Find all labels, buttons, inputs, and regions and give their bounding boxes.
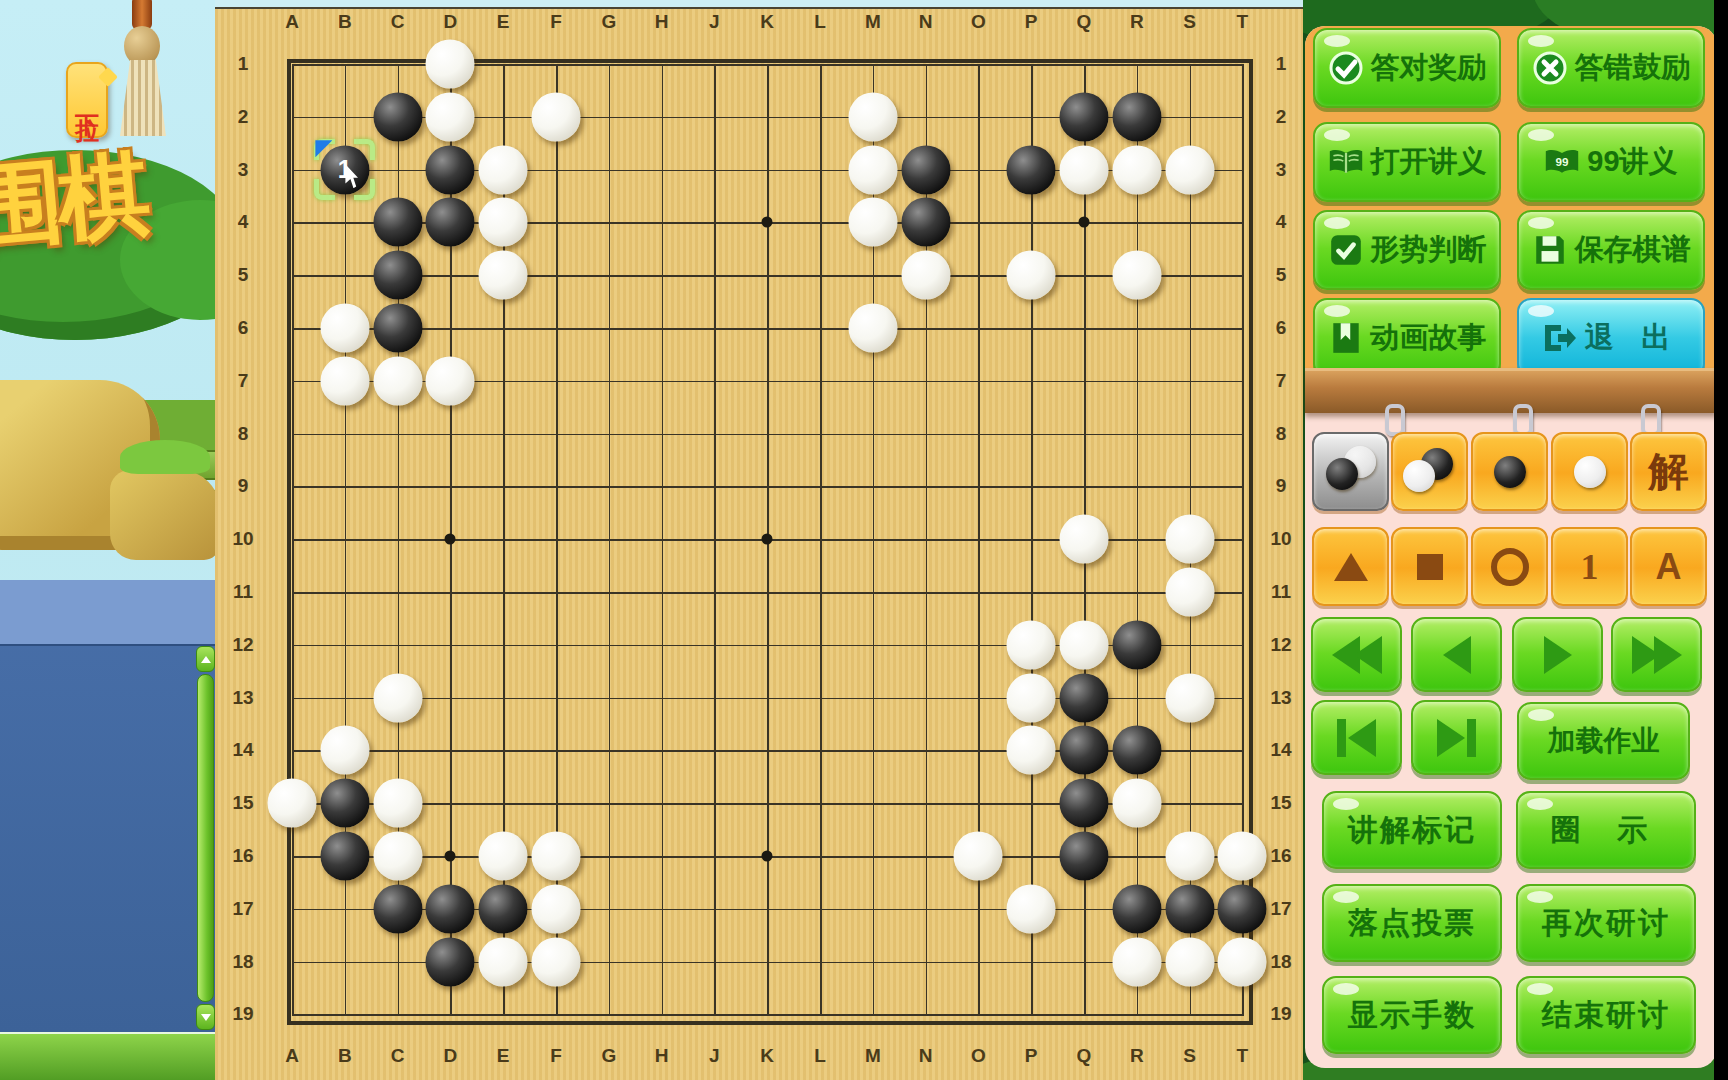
intersection-D15[interactable] <box>424 777 477 830</box>
save-kifu-button[interactable]: 保存棋谱 <box>1517 210 1705 290</box>
intersection-P10[interactable] <box>1005 513 1058 566</box>
intersection-M12[interactable] <box>846 618 899 671</box>
intersection-K13[interactable] <box>741 671 794 724</box>
intersection-N2[interactable] <box>899 90 952 143</box>
intersection-O18[interactable] <box>952 935 1005 988</box>
intersection-K11[interactable] <box>741 566 794 619</box>
intersection-K12[interactable] <box>741 618 794 671</box>
intersection-K17[interactable] <box>741 882 794 935</box>
intersection-P12[interactable] <box>1005 618 1058 671</box>
intersection-C9[interactable] <box>371 460 424 513</box>
intersection-H8[interactable] <box>635 407 688 460</box>
intersection-S1[interactable] <box>1163 38 1216 91</box>
intersection-H1[interactable] <box>635 38 688 91</box>
intersection-M18[interactable] <box>846 935 899 988</box>
intersection-H15[interactable] <box>635 777 688 830</box>
intersection-T14[interactable] <box>1216 724 1269 777</box>
intersection-N19[interactable] <box>899 988 952 1041</box>
intersection-O7[interactable] <box>952 354 1005 407</box>
intersection-T12[interactable] <box>1216 618 1269 671</box>
intersection-C14[interactable] <box>371 724 424 777</box>
intersection-G10[interactable] <box>582 513 635 566</box>
intersection-D2[interactable] <box>424 90 477 143</box>
intersection-E6[interactable] <box>477 302 530 355</box>
intersection-T2[interactable] <box>1216 90 1269 143</box>
intersection-N10[interactable] <box>899 513 952 566</box>
intersection-K9[interactable] <box>741 460 794 513</box>
intersection-H12[interactable] <box>635 618 688 671</box>
intersection-R14[interactable] <box>1110 724 1163 777</box>
intersection-M15[interactable] <box>846 777 899 830</box>
intersection-E17[interactable] <box>477 882 530 935</box>
intersection-R5[interactable] <box>1110 249 1163 302</box>
intersection-G14[interactable] <box>582 724 635 777</box>
intersection-K8[interactable] <box>741 407 794 460</box>
intersection-S7[interactable] <box>1163 354 1216 407</box>
intersection-Q12[interactable] <box>1058 618 1111 671</box>
answer-tool[interactable]: 解 <box>1630 432 1707 511</box>
intersection-L19[interactable] <box>794 988 847 1041</box>
intersection-B13[interactable] <box>318 671 371 724</box>
intersection-G17[interactable] <box>582 882 635 935</box>
intersection-P17[interactable] <box>1005 882 1058 935</box>
intersection-S18[interactable] <box>1163 935 1216 988</box>
intersection-O4[interactable] <box>952 196 1005 249</box>
intersection-P16[interactable] <box>1005 830 1058 883</box>
intersection-O12[interactable] <box>952 618 1005 671</box>
intersection-F15[interactable] <box>530 777 583 830</box>
intersection-N18[interactable] <box>899 935 952 988</box>
intersection-G6[interactable] <box>582 302 635 355</box>
intersection-N8[interactable] <box>899 407 952 460</box>
intersection-O17[interactable] <box>952 882 1005 935</box>
intersection-Q17[interactable] <box>1058 882 1111 935</box>
placement-vote-button[interactable]: 落点投票 <box>1322 884 1502 962</box>
intersection-R11[interactable] <box>1110 566 1163 619</box>
intersection-Q10[interactable] <box>1058 513 1111 566</box>
intersection-Q8[interactable] <box>1058 407 1111 460</box>
intersection-N13[interactable] <box>899 671 952 724</box>
intersection-O9[interactable] <box>952 460 1005 513</box>
intersection-O3[interactable] <box>952 143 1005 196</box>
intersection-F16[interactable] <box>530 830 583 883</box>
intersection-M3[interactable] <box>846 143 899 196</box>
circle-show-button[interactable]: 圈 示 <box>1516 791 1696 869</box>
intersection-E5[interactable] <box>477 249 530 302</box>
intersection-B16[interactable] <box>318 830 371 883</box>
intersection-Q1[interactable] <box>1058 38 1111 91</box>
intersection-L10[interactable] <box>794 513 847 566</box>
intersection-R10[interactable] <box>1110 513 1163 566</box>
intersection-K14[interactable] <box>741 724 794 777</box>
intersection-R15[interactable] <box>1110 777 1163 830</box>
intersection-D7[interactable] <box>424 354 477 407</box>
intersection-S3[interactable] <box>1163 143 1216 196</box>
intersection-A4[interactable] <box>266 196 319 249</box>
intersection-R9[interactable] <box>1110 460 1163 513</box>
intersection-N7[interactable] <box>899 354 952 407</box>
intersection-N9[interactable] <box>899 460 952 513</box>
intersection-F3[interactable] <box>530 143 583 196</box>
intersection-T7[interactable] <box>1216 354 1269 407</box>
intersection-S17[interactable] <box>1163 882 1216 935</box>
intersection-C1[interactable] <box>371 38 424 91</box>
intersection-C7[interactable] <box>371 354 424 407</box>
intersection-A5[interactable] <box>266 249 319 302</box>
intersection-Q13[interactable] <box>1058 671 1111 724</box>
intersection-S19[interactable] <box>1163 988 1216 1041</box>
intersection-K4[interactable] <box>741 196 794 249</box>
intersection-S14[interactable] <box>1163 724 1216 777</box>
intersection-S2[interactable] <box>1163 90 1216 143</box>
intersection-J14[interactable] <box>688 724 741 777</box>
intersection-S12[interactable] <box>1163 618 1216 671</box>
intersection-O16[interactable] <box>952 830 1005 883</box>
intersection-N11[interactable] <box>899 566 952 619</box>
intersection-A3[interactable] <box>266 143 319 196</box>
intersection-D5[interactable] <box>424 249 477 302</box>
intersection-J7[interactable] <box>688 354 741 407</box>
intersection-G3[interactable] <box>582 143 635 196</box>
intersection-J9[interactable] <box>688 460 741 513</box>
intersection-R4[interactable] <box>1110 196 1163 249</box>
intersection-G15[interactable] <box>582 777 635 830</box>
intersection-P14[interactable] <box>1005 724 1058 777</box>
intersection-C5[interactable] <box>371 249 424 302</box>
intersection-P13[interactable] <box>1005 671 1058 724</box>
intersection-C10[interactable] <box>371 513 424 566</box>
intersection-T13[interactable] <box>1216 671 1269 724</box>
intersection-F8[interactable] <box>530 407 583 460</box>
intersection-A11[interactable] <box>266 566 319 619</box>
intersection-L7[interactable] <box>794 354 847 407</box>
intersection-P5[interactable] <box>1005 249 1058 302</box>
intersection-S10[interactable] <box>1163 513 1216 566</box>
intersection-R18[interactable] <box>1110 935 1163 988</box>
intersection-J4[interactable] <box>688 196 741 249</box>
intersection-K3[interactable] <box>741 143 794 196</box>
intersection-T10[interactable] <box>1216 513 1269 566</box>
intersection-J12[interactable] <box>688 618 741 671</box>
intersection-G7[interactable] <box>582 354 635 407</box>
alternate-move-tool[interactable] <box>1312 432 1389 511</box>
intersection-S4[interactable] <box>1163 196 1216 249</box>
intersection-B1[interactable] <box>318 38 371 91</box>
encourage-wrong-button[interactable]: 答错鼓励 <box>1517 28 1705 108</box>
intersection-Q19[interactable] <box>1058 988 1111 1041</box>
intersection-L16[interactable] <box>794 830 847 883</box>
intersection-L2[interactable] <box>794 90 847 143</box>
intersection-F14[interactable] <box>530 724 583 777</box>
intersection-J17[interactable] <box>688 882 741 935</box>
intersection-K6[interactable] <box>741 302 794 355</box>
intersection-J18[interactable] <box>688 935 741 988</box>
intersection-G18[interactable] <box>582 935 635 988</box>
intersection-P9[interactable] <box>1005 460 1058 513</box>
intersection-O13[interactable] <box>952 671 1005 724</box>
scroll-thumb[interactable] <box>197 674 214 1002</box>
intersection-D8[interactable] <box>424 407 477 460</box>
intersection-Q11[interactable] <box>1058 566 1111 619</box>
intersection-J8[interactable] <box>688 407 741 460</box>
intersection-B9[interactable] <box>318 460 371 513</box>
intersection-O5[interactable] <box>952 249 1005 302</box>
intersection-D19[interactable] <box>424 988 477 1041</box>
white-stone-tool[interactable] <box>1551 432 1628 511</box>
intersection-N5[interactable] <box>899 249 952 302</box>
show-move-numbers-button[interactable]: 显示手数 <box>1322 976 1502 1054</box>
intersection-K15[interactable] <box>741 777 794 830</box>
intersection-K5[interactable] <box>741 249 794 302</box>
intersection-T9[interactable] <box>1216 460 1269 513</box>
intersection-C2[interactable] <box>371 90 424 143</box>
intersection-M9[interactable] <box>846 460 899 513</box>
marker-circle[interactable] <box>1471 527 1548 606</box>
intersection-J10[interactable] <box>688 513 741 566</box>
intersection-T4[interactable] <box>1216 196 1269 249</box>
intersection-J19[interactable] <box>688 988 741 1041</box>
intersection-C17[interactable] <box>371 882 424 935</box>
intersection-F7[interactable] <box>530 354 583 407</box>
intersection-T5[interactable] <box>1216 249 1269 302</box>
intersection-E14[interactable] <box>477 724 530 777</box>
intersection-M19[interactable] <box>846 988 899 1041</box>
intersection-D17[interactable] <box>424 882 477 935</box>
intersection-S16[interactable] <box>1163 830 1216 883</box>
intersection-G19[interactable] <box>582 988 635 1041</box>
intersection-R17[interactable] <box>1110 882 1163 935</box>
intersection-M2[interactable] <box>846 90 899 143</box>
marker-triangle[interactable] <box>1312 527 1389 606</box>
intersection-T11[interactable] <box>1216 566 1269 619</box>
intersection-C4[interactable] <box>371 196 424 249</box>
intersection-T16[interactable] <box>1216 830 1269 883</box>
intersection-O6[interactable] <box>952 302 1005 355</box>
intersection-E3[interactable] <box>477 143 530 196</box>
intersection-P1[interactable] <box>1005 38 1058 91</box>
intersection-M11[interactable] <box>846 566 899 619</box>
scroll-down-button[interactable] <box>196 1004 215 1030</box>
intersection-J15[interactable] <box>688 777 741 830</box>
intersection-A6[interactable] <box>266 302 319 355</box>
marker-number[interactable]: 1 <box>1551 527 1628 606</box>
chat-scrollbar[interactable] <box>196 646 213 1028</box>
intersection-T6[interactable] <box>1216 302 1269 355</box>
intersection-A16[interactable] <box>266 830 319 883</box>
step-back-button[interactable] <box>1411 617 1502 692</box>
intersection-J6[interactable] <box>688 302 741 355</box>
intersection-K1[interactable] <box>741 38 794 91</box>
go-to-end-button[interactable] <box>1411 700 1502 775</box>
intersection-Q16[interactable] <box>1058 830 1111 883</box>
intersection-T15[interactable] <box>1216 777 1269 830</box>
intersection-L5[interactable] <box>794 249 847 302</box>
intersection-D6[interactable] <box>424 302 477 355</box>
intersection-C16[interactable] <box>371 830 424 883</box>
intersection-S11[interactable] <box>1163 566 1216 619</box>
intersection-L17[interactable] <box>794 882 847 935</box>
intersection-G4[interactable] <box>582 196 635 249</box>
intersection-Q15[interactable] <box>1058 777 1111 830</box>
intersection-B7[interactable] <box>318 354 371 407</box>
load-homework-button[interactable]: 加载作业 <box>1517 702 1690 780</box>
intersection-L4[interactable] <box>794 196 847 249</box>
intersection-P3[interactable] <box>1005 143 1058 196</box>
intersection-N16[interactable] <box>899 830 952 883</box>
intersection-N3[interactable] <box>899 143 952 196</box>
intersection-Q5[interactable] <box>1058 249 1111 302</box>
intersection-S9[interactable] <box>1163 460 1216 513</box>
intersection-A17[interactable] <box>266 882 319 935</box>
intersection-B14[interactable] <box>318 724 371 777</box>
marker-letter[interactable]: A <box>1630 527 1707 606</box>
intersection-D18[interactable] <box>424 935 477 988</box>
intersection-B18[interactable] <box>318 935 371 988</box>
intersection-A19[interactable] <box>266 988 319 1041</box>
intersection-R6[interactable] <box>1110 302 1163 355</box>
intersection-D16[interactable] <box>424 830 477 883</box>
intersection-M13[interactable] <box>846 671 899 724</box>
exit-button[interactable]: 退 出 <box>1517 298 1705 378</box>
intersection-O14[interactable] <box>952 724 1005 777</box>
intersection-F12[interactable] <box>530 618 583 671</box>
intersection-A9[interactable] <box>266 460 319 513</box>
intersection-G11[interactable] <box>582 566 635 619</box>
intersection-T18[interactable] <box>1216 935 1269 988</box>
intersection-E19[interactable] <box>477 988 530 1041</box>
intersection-L1[interactable] <box>794 38 847 91</box>
reward-correct-button[interactable]: 答对奖励 <box>1313 28 1501 108</box>
intersection-C8[interactable] <box>371 407 424 460</box>
intersection-T8[interactable] <box>1216 407 1269 460</box>
intersection-T17[interactable] <box>1216 882 1269 935</box>
intersection-E8[interactable] <box>477 407 530 460</box>
intersection-Q4[interactable] <box>1058 196 1111 249</box>
intersection-R13[interactable] <box>1110 671 1163 724</box>
open-lecture-button[interactable]: 打开讲义 <box>1313 122 1501 202</box>
intersection-A8[interactable] <box>266 407 319 460</box>
intersection-R19[interactable] <box>1110 988 1163 1041</box>
intersection-N1[interactable] <box>899 38 952 91</box>
intersection-E7[interactable] <box>477 354 530 407</box>
intersection-J1[interactable] <box>688 38 741 91</box>
intersection-D13[interactable] <box>424 671 477 724</box>
intersection-L15[interactable] <box>794 777 847 830</box>
intersection-F6[interactable] <box>530 302 583 355</box>
intersection-F18[interactable] <box>530 935 583 988</box>
intersection-K19[interactable] <box>741 988 794 1041</box>
intersection-D4[interactable] <box>424 196 477 249</box>
intersection-J5[interactable] <box>688 249 741 302</box>
intersection-P8[interactable] <box>1005 407 1058 460</box>
intersection-E12[interactable] <box>477 618 530 671</box>
intersection-M14[interactable] <box>846 724 899 777</box>
intersection-E4[interactable] <box>477 196 530 249</box>
intersection-M5[interactable] <box>846 249 899 302</box>
position-judge-button[interactable]: 形势判断 <box>1313 210 1501 290</box>
intersection-P15[interactable] <box>1005 777 1058 830</box>
intersection-T3[interactable] <box>1216 143 1269 196</box>
intersection-G9[interactable] <box>582 460 635 513</box>
intersection-L6[interactable] <box>794 302 847 355</box>
intersection-B2[interactable] <box>318 90 371 143</box>
rewind-button[interactable] <box>1311 617 1402 692</box>
intersection-L18[interactable] <box>794 935 847 988</box>
intersection-N4[interactable] <box>899 196 952 249</box>
intersection-Q6[interactable] <box>1058 302 1111 355</box>
animation-story-button[interactable]: 动画故事 <box>1313 298 1501 378</box>
intersection-T19[interactable] <box>1216 988 1269 1041</box>
intersection-R16[interactable] <box>1110 830 1163 883</box>
step-forward-button[interactable] <box>1512 617 1603 692</box>
intersection-F17[interactable] <box>530 882 583 935</box>
end-discussion-button[interactable]: 结束研讨 <box>1516 976 1696 1054</box>
intersection-G2[interactable] <box>582 90 635 143</box>
intersection-D10[interactable] <box>424 513 477 566</box>
black-stone-tool[interactable] <box>1471 432 1548 511</box>
intersection-H9[interactable] <box>635 460 688 513</box>
discuss-again-button[interactable]: 再次研讨 <box>1516 884 1696 962</box>
intersection-Q9[interactable] <box>1058 460 1111 513</box>
intersection-B4[interactable] <box>318 196 371 249</box>
intersection-C13[interactable] <box>371 671 424 724</box>
intersection-S13[interactable] <box>1163 671 1216 724</box>
intersection-J16[interactable] <box>688 830 741 883</box>
intersection-E11[interactable] <box>477 566 530 619</box>
intersection-A2[interactable] <box>266 90 319 143</box>
intersection-Q18[interactable] <box>1058 935 1111 988</box>
intersection-J11[interactable] <box>688 566 741 619</box>
intersection-F11[interactable] <box>530 566 583 619</box>
intersection-N12[interactable] <box>899 618 952 671</box>
intersection-F5[interactable] <box>530 249 583 302</box>
intersection-P2[interactable] <box>1005 90 1058 143</box>
intersection-M8[interactable] <box>846 407 899 460</box>
intersection-E10[interactable] <box>477 513 530 566</box>
intersection-C6[interactable] <box>371 302 424 355</box>
intersection-O1[interactable] <box>952 38 1005 91</box>
intersection-S6[interactable] <box>1163 302 1216 355</box>
intersection-M7[interactable] <box>846 354 899 407</box>
intersection-C18[interactable] <box>371 935 424 988</box>
intersection-F1[interactable] <box>530 38 583 91</box>
intersection-J2[interactable] <box>688 90 741 143</box>
intersection-N14[interactable] <box>899 724 952 777</box>
intersection-P4[interactable] <box>1005 196 1058 249</box>
intersection-G8[interactable] <box>582 407 635 460</box>
intersection-R7[interactable] <box>1110 354 1163 407</box>
intersection-B10[interactable] <box>318 513 371 566</box>
intersection-E9[interactable] <box>477 460 530 513</box>
lecture-99-button[interactable]: 99 99讲义 <box>1517 122 1705 202</box>
intersection-E15[interactable] <box>477 777 530 830</box>
intersection-P7[interactable] <box>1005 354 1058 407</box>
intersection-O11[interactable] <box>952 566 1005 619</box>
intersection-B15[interactable] <box>318 777 371 830</box>
intersection-O19[interactable] <box>952 988 1005 1041</box>
intersection-L13[interactable] <box>794 671 847 724</box>
go-to-start-button[interactable] <box>1311 700 1402 775</box>
intersection-B3[interactable]: 1 <box>318 143 371 196</box>
intersection-M6[interactable] <box>846 302 899 355</box>
intersection-E1[interactable] <box>477 38 530 91</box>
intersection-H19[interactable] <box>635 988 688 1041</box>
intersection-G1[interactable] <box>582 38 635 91</box>
intersection-J3[interactable] <box>688 143 741 196</box>
intersection-D11[interactable] <box>424 566 477 619</box>
intersection-G12[interactable] <box>582 618 635 671</box>
scroll-up-button[interactable] <box>196 646 215 672</box>
